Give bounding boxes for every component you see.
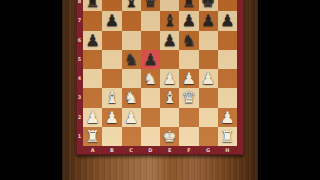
square-d6[interactable] xyxy=(141,31,160,50)
chess-board[interactable]: ♜♝♛♜♚♟♝♟♟♟♟♟♞♞♟♞♟♟♟♝♞♝♛♟♟♟♟♜♚♜ xyxy=(83,0,237,146)
square-g4[interactable]: ♟ xyxy=(199,69,218,88)
square-d1[interactable] xyxy=(141,127,160,146)
square-g1[interactable] xyxy=(199,127,218,146)
black-pawn-piece: ♟ xyxy=(201,11,215,30)
white-rook-piece: ♜ xyxy=(85,127,99,146)
square-d2[interactable] xyxy=(141,108,160,127)
white-pawn-piece: ♟ xyxy=(124,108,138,127)
square-b3[interactable]: ♝ xyxy=(102,88,121,107)
square-h8[interactable] xyxy=(218,0,237,11)
black-pawn-piece: ♟ xyxy=(220,11,234,30)
square-a1[interactable]: ♜ xyxy=(83,127,102,146)
square-f8[interactable]: ♜ xyxy=(179,0,198,11)
square-h6[interactable] xyxy=(218,31,237,50)
square-d5[interactable]: ♟ xyxy=(141,50,160,69)
square-b5[interactable] xyxy=(102,50,121,69)
square-b8[interactable] xyxy=(102,0,121,11)
white-pawn-piece: ♟ xyxy=(85,108,99,127)
square-a4[interactable] xyxy=(83,69,102,88)
square-d8[interactable]: ♛ xyxy=(141,0,160,11)
file-label-e: E xyxy=(160,146,179,155)
square-g3[interactable] xyxy=(199,88,218,107)
square-f5[interactable] xyxy=(179,50,198,69)
square-a5[interactable] xyxy=(83,50,102,69)
white-queen-piece: ♛ xyxy=(182,88,196,107)
square-h1[interactable]: ♜ xyxy=(218,127,237,146)
square-g8[interactable]: ♚ xyxy=(199,0,218,11)
square-d7[interactable] xyxy=(141,11,160,30)
square-e2[interactable] xyxy=(160,108,179,127)
square-d4[interactable]: ♞ xyxy=(141,69,160,88)
square-c2[interactable]: ♟ xyxy=(122,108,141,127)
black-pawn-piece: ♟ xyxy=(162,31,176,50)
square-g6[interactable] xyxy=(199,31,218,50)
white-knight-piece: ♞ xyxy=(143,69,157,88)
square-g5[interactable] xyxy=(199,50,218,69)
file-label-c: C xyxy=(122,146,141,155)
white-pawn-piece: ♟ xyxy=(182,69,196,88)
file-label-f: F xyxy=(179,146,198,155)
screen: 87654321 ♜♝♛♜♚♟♝♟♟♟♟♟♞♞♟♞♟♟♟♝♞♝♛♟♟♟♟♜♚♜ … xyxy=(0,0,320,180)
rank-label-1: 1 xyxy=(76,127,83,146)
square-a6[interactable]: ♟ xyxy=(83,31,102,50)
rank-label-3: 3 xyxy=(76,88,83,107)
square-c6[interactable] xyxy=(122,31,141,50)
square-f6[interactable]: ♞ xyxy=(179,31,198,50)
white-king-piece: ♚ xyxy=(162,127,176,146)
white-bishop-piece: ♝ xyxy=(162,88,176,107)
square-h4[interactable] xyxy=(218,69,237,88)
file-label-d: D xyxy=(141,146,160,155)
square-e8[interactable] xyxy=(160,0,179,11)
rank-label-7: 7 xyxy=(76,11,83,30)
black-pawn-piece: ♟ xyxy=(143,50,157,69)
black-pawn-piece: ♟ xyxy=(85,31,99,50)
black-bishop-piece: ♝ xyxy=(124,0,138,11)
square-e5[interactable] xyxy=(160,50,179,69)
board-frame: 87654321 ♜♝♛♜♚♟♝♟♟♟♟♟♞♞♟♞♟♟♟♝♞♝♛♟♟♟♟♜♚♜ … xyxy=(76,0,244,155)
white-pawn-piece: ♟ xyxy=(105,108,119,127)
square-e7[interactable]: ♝ xyxy=(160,11,179,30)
file-label-a: A xyxy=(83,146,102,155)
square-b7[interactable]: ♟ xyxy=(102,11,121,30)
square-a7[interactable] xyxy=(83,11,102,30)
white-pawn-piece: ♟ xyxy=(220,108,234,127)
square-c8[interactable]: ♝ xyxy=(122,0,141,11)
square-a3[interactable] xyxy=(83,88,102,107)
black-rook-piece: ♜ xyxy=(182,0,196,11)
white-rook-piece: ♜ xyxy=(220,127,234,146)
rank-label-5: 5 xyxy=(76,50,83,69)
square-g7[interactable]: ♟ xyxy=(199,11,218,30)
square-c5[interactable]: ♞ xyxy=(122,50,141,69)
black-queen-piece: ♛ xyxy=(143,0,157,11)
square-b6[interactable] xyxy=(102,31,121,50)
square-e6[interactable]: ♟ xyxy=(160,31,179,50)
square-b4[interactable] xyxy=(102,69,121,88)
square-c1[interactable] xyxy=(122,127,141,146)
square-h5[interactable] xyxy=(218,50,237,69)
white-pawn-piece: ♟ xyxy=(162,69,176,88)
square-e3[interactable]: ♝ xyxy=(160,88,179,107)
black-knight-piece: ♞ xyxy=(182,31,196,50)
square-c3[interactable]: ♞ xyxy=(122,88,141,107)
square-h2[interactable]: ♟ xyxy=(218,108,237,127)
black-knight-piece: ♞ xyxy=(124,50,138,69)
black-pawn-piece: ♟ xyxy=(182,11,196,30)
black-king-piece: ♚ xyxy=(201,0,215,11)
square-f2[interactable] xyxy=(179,108,198,127)
square-f3[interactable]: ♛ xyxy=(179,88,198,107)
rank-label-6: 6 xyxy=(76,31,83,50)
square-f7[interactable]: ♟ xyxy=(179,11,198,30)
white-bishop-piece: ♝ xyxy=(105,88,119,107)
square-c4[interactable] xyxy=(122,69,141,88)
rank-label-8: 8 xyxy=(76,0,83,11)
black-bishop-piece: ♝ xyxy=(162,11,176,30)
square-d3[interactable] xyxy=(141,88,160,107)
rank-labels: 87654321 xyxy=(76,0,83,146)
square-a2[interactable]: ♟ xyxy=(83,108,102,127)
square-b2[interactable]: ♟ xyxy=(102,108,121,127)
app-background: 87654321 ♜♝♛♜♚♟♝♟♟♟♟♟♞♞♟♞♟♟♟♝♞♝♛♟♟♟♟♜♚♜ … xyxy=(62,0,258,180)
square-c7[interactable] xyxy=(122,11,141,30)
black-pawn-piece: ♟ xyxy=(105,11,119,30)
square-a8[interactable]: ♜ xyxy=(83,0,102,11)
square-f1[interactable] xyxy=(179,127,198,146)
rank-label-4: 4 xyxy=(76,69,83,88)
file-label-g: G xyxy=(199,146,218,155)
square-b1[interactable] xyxy=(102,127,121,146)
square-e4[interactable]: ♟ xyxy=(160,69,179,88)
file-label-b: B xyxy=(102,146,121,155)
file-label-h: H xyxy=(218,146,237,155)
file-labels: ABCDEFGH xyxy=(83,146,237,155)
rank-label-2: 2 xyxy=(76,108,83,127)
white-pawn-piece: ♟ xyxy=(201,69,215,88)
square-g2[interactable] xyxy=(199,108,218,127)
square-f4[interactable]: ♟ xyxy=(179,69,198,88)
square-h7[interactable]: ♟ xyxy=(218,11,237,30)
square-h3[interactable] xyxy=(218,88,237,107)
black-rook-piece: ♜ xyxy=(85,0,99,11)
white-knight-piece: ♞ xyxy=(124,88,138,107)
square-e1[interactable]: ♚ xyxy=(160,127,179,146)
